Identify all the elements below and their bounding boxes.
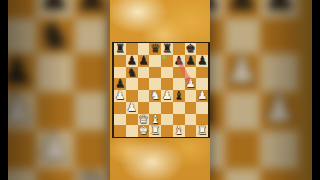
square-g3[interactable] [185, 102, 197, 114]
square-h7[interactable]: ♟ [196, 55, 208, 67]
square-f3[interactable] [173, 102, 185, 114]
piece-black-rook[interactable]: ♜ [162, 43, 172, 55]
piece-white-pawn[interactable]: ♟ [197, 90, 207, 102]
square-a8[interactable]: ♜ [114, 43, 126, 55]
square-b1[interactable] [126, 125, 138, 137]
square-c6[interactable] [138, 67, 150, 79]
square-h3[interactable] [196, 102, 208, 114]
square-f7[interactable]: ♟ [173, 55, 185, 67]
square-g7[interactable]: ♟ [185, 55, 197, 67]
square-e6[interactable] [161, 67, 173, 79]
square-e7[interactable] [161, 55, 173, 67]
piece-black-pawn[interactable]: ♟ [173, 55, 183, 67]
piece-white-bishop[interactable]: ♝ [173, 125, 183, 137]
piece-white-knight[interactable]: ♞ [150, 90, 160, 102]
square-d8[interactable]: ♛ [149, 43, 161, 55]
piece-black-queen[interactable]: ♛ [150, 43, 160, 55]
letterbox-left [0, 0, 8, 180]
square-g5[interactable]: ♟ [185, 78, 197, 90]
piece-white-rook[interactable]: ♜ [197, 125, 207, 137]
square-a3[interactable] [114, 102, 126, 114]
piece-white-pawn[interactable]: ♟ [185, 78, 195, 90]
square-c1[interactable]: ♚ [138, 125, 150, 137]
square-d1[interactable]: ♜ [149, 125, 161, 137]
square-b2[interactable] [126, 114, 138, 126]
square-d7[interactable] [149, 55, 161, 67]
square-c5[interactable] [138, 78, 150, 90]
square-e1[interactable] [161, 125, 173, 137]
square-h4[interactable]: ♟ [196, 90, 208, 102]
piece-black-rook[interactable]: ♜ [115, 43, 125, 55]
square-g1[interactable] [185, 125, 197, 137]
square-d6[interactable] [149, 67, 161, 79]
square-a1[interactable] [114, 125, 126, 137]
square-a7[interactable] [114, 55, 126, 67]
piece-white-pawn[interactable]: ♟ [115, 90, 125, 102]
letterbox-right [312, 0, 320, 180]
square-b3[interactable]: ♟ [126, 102, 138, 114]
square-c4[interactable] [138, 90, 150, 102]
square-d4[interactable]: ♞ [149, 90, 161, 102]
video-frame: ♜♛♜♚♟♟♟♟♟♞♟♟♟♞♟♝♟♟♛♝♚♜♝♜ ♜♛♜♚♟♟♟♟♟♞♟♟♟♞♟… [0, 0, 320, 180]
square-h1[interactable]: ♜ [196, 125, 208, 137]
square-a4[interactable]: ♟ [114, 90, 126, 102]
square-e3[interactable] [161, 102, 173, 114]
square-b5[interactable] [126, 78, 138, 90]
square-f4[interactable]: ♝ [173, 90, 185, 102]
piece-black-bishop[interactable]: ♝ [173, 90, 183, 102]
square-a2[interactable] [114, 114, 126, 126]
piece-black-pawn[interactable]: ♟ [197, 55, 207, 67]
chess-board-frame: ♜♛♜♚♟♟♟♟♟♞♟♟♟♞♟♝♟♟♛♝♚♜♝♜ [112, 42, 210, 138]
square-b6[interactable]: ♞ [126, 67, 138, 79]
chess-board[interactable]: ♜♛♜♚♟♟♟♟♟♞♟♟♟♞♟♝♟♟♛♝♚♜♝♜ [114, 43, 208, 137]
square-f1[interactable]: ♝ [173, 125, 185, 137]
square-c7[interactable]: ♟ [138, 55, 150, 67]
piece-black-pawn[interactable]: ♟ [185, 55, 195, 67]
piece-black-knight[interactable]: ♞ [126, 67, 136, 79]
piece-white-pawn[interactable]: ♟ [162, 90, 172, 102]
piece-black-pawn[interactable]: ♟ [138, 55, 148, 67]
square-g2[interactable] [185, 114, 197, 126]
square-e4[interactable]: ♟ [161, 90, 173, 102]
square-f6[interactable] [173, 67, 185, 79]
piece-white-pawn[interactable]: ♟ [126, 102, 136, 114]
piece-white-king[interactable]: ♚ [138, 125, 148, 137]
square-e8[interactable]: ♜ [161, 43, 173, 55]
square-h6[interactable] [196, 67, 208, 79]
square-g4[interactable] [185, 90, 197, 102]
piece-white-rook[interactable]: ♜ [150, 125, 160, 137]
square-e2[interactable] [161, 114, 173, 126]
